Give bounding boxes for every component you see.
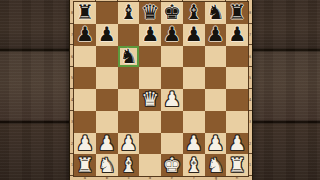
black-pawn-h7: ♟ bbox=[228, 24, 246, 45]
square-c3[interactable] bbox=[118, 111, 140, 133]
file-labels-bottom: abcdefgh bbox=[74, 176, 248, 180]
rank-label-5: 5 bbox=[71, 74, 73, 82]
black-pawn-g7: ♟ bbox=[206, 24, 224, 45]
black-pawn-b7: ♟ bbox=[98, 24, 116, 45]
black-queen-d8: ♛ bbox=[141, 2, 159, 23]
square-h7[interactable]: ♟ bbox=[226, 24, 248, 46]
square-g1[interactable]: ♞ bbox=[205, 154, 227, 176]
square-c5[interactable] bbox=[118, 67, 140, 89]
rank-label-3: 3 bbox=[249, 117, 251, 125]
square-h6[interactable] bbox=[226, 46, 248, 68]
black-king-e8: ♚ bbox=[163, 2, 181, 23]
rank-label-4: 4 bbox=[249, 96, 251, 104]
rank-label-8: 8 bbox=[71, 9, 73, 17]
square-f6[interactable] bbox=[183, 46, 205, 68]
rank-label-6: 6 bbox=[249, 52, 251, 60]
rank-label-2: 2 bbox=[71, 139, 73, 147]
black-rook-h8: ♜ bbox=[228, 2, 246, 23]
square-d8[interactable]: ♛ bbox=[139, 2, 161, 24]
square-a6[interactable] bbox=[74, 46, 96, 68]
square-f7[interactable]: ♟ bbox=[183, 24, 205, 46]
square-c1[interactable]: ♝ bbox=[118, 154, 140, 176]
file-label-d: d bbox=[146, 177, 155, 179]
chess-board: ♜♝♛♚♝♞♜♟♟♟♟♟♟♟♞♛♟♟♟♟♟♟♟♜♞♝♚♝♞♜ 87654321 … bbox=[70, 0, 252, 180]
square-e5[interactable] bbox=[161, 67, 183, 89]
file-label-a: a bbox=[80, 177, 89, 179]
square-d7[interactable]: ♟ bbox=[139, 24, 161, 46]
white-king-e1: ♚ bbox=[163, 155, 181, 176]
square-b4[interactable] bbox=[96, 89, 118, 111]
black-knight-c6: ♞ bbox=[119, 46, 137, 67]
square-h2[interactable]: ♟ bbox=[226, 133, 248, 155]
square-f4[interactable] bbox=[183, 89, 205, 111]
square-a4[interactable] bbox=[74, 89, 96, 111]
square-a5[interactable] bbox=[74, 67, 96, 89]
square-f2[interactable]: ♟ bbox=[183, 133, 205, 155]
rank-label-2: 2 bbox=[249, 139, 251, 147]
square-b5[interactable] bbox=[96, 67, 118, 89]
square-h5[interactable] bbox=[226, 67, 248, 89]
file-label-g: g bbox=[211, 177, 220, 179]
black-rook-a8: ♜ bbox=[76, 2, 94, 23]
square-b3[interactable] bbox=[96, 111, 118, 133]
square-c4[interactable] bbox=[118, 89, 140, 111]
square-d1[interactable] bbox=[139, 154, 161, 176]
square-e6[interactable] bbox=[161, 46, 183, 68]
white-pawn-g2: ♟ bbox=[206, 133, 224, 154]
square-e7[interactable]: ♟ bbox=[161, 24, 183, 46]
square-b1[interactable]: ♞ bbox=[96, 154, 118, 176]
file-label-e: e bbox=[167, 177, 176, 179]
white-rook-a1: ♜ bbox=[76, 155, 94, 176]
square-g8[interactable]: ♞ bbox=[205, 2, 227, 24]
square-c8[interactable]: ♝ bbox=[118, 2, 140, 24]
black-pawn-a7: ♟ bbox=[76, 24, 94, 45]
board-grid: ♜♝♛♚♝♞♜♟♟♟♟♟♟♟♞♛♟♟♟♟♟♟♟♜♞♝♚♝♞♜ bbox=[74, 2, 248, 176]
file-label-b: b bbox=[102, 177, 111, 179]
square-b8[interactable] bbox=[96, 2, 118, 24]
square-d3[interactable] bbox=[139, 111, 161, 133]
square-f5[interactable] bbox=[183, 67, 205, 89]
white-bishop-f1: ♝ bbox=[185, 155, 203, 176]
square-a1[interactable]: ♜ bbox=[74, 154, 96, 176]
square-a3[interactable] bbox=[74, 111, 96, 133]
rank-labels-right: 87654321 bbox=[248, 2, 252, 176]
white-rook-h1: ♜ bbox=[228, 155, 246, 176]
file-label-c: c bbox=[124, 177, 133, 179]
square-b7[interactable]: ♟ bbox=[96, 24, 118, 46]
square-e3[interactable] bbox=[161, 111, 183, 133]
square-e1[interactable]: ♚ bbox=[161, 154, 183, 176]
rank-label-3: 3 bbox=[71, 117, 73, 125]
square-b6[interactable] bbox=[96, 46, 118, 68]
square-d2[interactable] bbox=[139, 133, 161, 155]
square-h8[interactable]: ♜ bbox=[226, 2, 248, 24]
square-g5[interactable] bbox=[205, 67, 227, 89]
white-pawn-e4: ♟ bbox=[163, 89, 181, 110]
square-e4[interactable]: ♟ bbox=[161, 89, 183, 111]
white-bishop-c1: ♝ bbox=[119, 155, 137, 176]
rank-label-7: 7 bbox=[71, 30, 73, 38]
square-f8[interactable]: ♝ bbox=[183, 2, 205, 24]
black-knight-g8: ♞ bbox=[206, 2, 224, 23]
square-f1[interactable]: ♝ bbox=[183, 154, 205, 176]
black-pawn-d7: ♟ bbox=[141, 24, 159, 45]
square-d6[interactable] bbox=[139, 46, 161, 68]
square-g6[interactable] bbox=[205, 46, 227, 68]
white-pawn-h2: ♟ bbox=[228, 133, 246, 154]
square-h1[interactable]: ♜ bbox=[226, 154, 248, 176]
square-a8[interactable]: ♜ bbox=[74, 2, 96, 24]
white-knight-b1: ♞ bbox=[98, 155, 116, 176]
square-f3[interactable] bbox=[183, 111, 205, 133]
square-h4[interactable] bbox=[226, 89, 248, 111]
file-label-f: f bbox=[189, 177, 198, 179]
rank-label-5: 5 bbox=[249, 74, 251, 82]
white-pawn-b2: ♟ bbox=[98, 133, 116, 154]
white-pawn-f2: ♟ bbox=[185, 133, 203, 154]
square-d4[interactable]: ♛ bbox=[139, 89, 161, 111]
square-d5[interactable] bbox=[139, 67, 161, 89]
rank-label-1: 1 bbox=[71, 161, 73, 169]
square-a7[interactable]: ♟ bbox=[74, 24, 96, 46]
square-a2[interactable]: ♟ bbox=[74, 133, 96, 155]
rank-label-7: 7 bbox=[249, 30, 251, 38]
rank-label-4: 4 bbox=[71, 96, 73, 104]
square-h3[interactable] bbox=[226, 111, 248, 133]
white-knight-g1: ♞ bbox=[206, 155, 224, 176]
rank-label-6: 6 bbox=[71, 52, 73, 60]
square-g3[interactable] bbox=[205, 111, 227, 133]
square-g4[interactable] bbox=[205, 89, 227, 111]
file-label-h: h bbox=[233, 177, 242, 179]
square-c6[interactable]: ♞ bbox=[118, 46, 140, 68]
square-g7[interactable]: ♟ bbox=[205, 24, 227, 46]
rank-label-1: 1 bbox=[249, 161, 251, 169]
black-bishop-f8: ♝ bbox=[185, 2, 203, 23]
black-pawn-e7: ♟ bbox=[163, 24, 181, 45]
rank-labels-left: 87654321 bbox=[70, 2, 74, 176]
square-c2[interactable]: ♟ bbox=[118, 133, 140, 155]
square-e8[interactable]: ♚ bbox=[161, 2, 183, 24]
square-c7[interactable] bbox=[118, 24, 140, 46]
rank-label-8: 8 bbox=[249, 9, 251, 17]
white-queen-d4: ♛ bbox=[141, 89, 159, 110]
black-bishop-c8: ♝ bbox=[119, 2, 137, 23]
square-g2[interactable]: ♟ bbox=[205, 133, 227, 155]
square-b2[interactable]: ♟ bbox=[96, 133, 118, 155]
square-e2[interactable] bbox=[161, 133, 183, 155]
white-pawn-a2: ♟ bbox=[76, 133, 94, 154]
black-pawn-f7: ♟ bbox=[185, 24, 203, 45]
white-pawn-c2: ♟ bbox=[119, 133, 137, 154]
